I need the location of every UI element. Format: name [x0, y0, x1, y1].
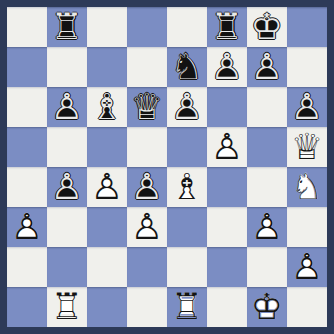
square-c5[interactable] — [87, 127, 127, 167]
piece-black-pawn[interactable]: ♟♙ — [127, 167, 167, 207]
white-king-outline-icon: ♔ — [247, 287, 287, 327]
piece-black-pawn[interactable]: ♟♙ — [47, 87, 87, 127]
square-e1[interactable]: ♜♖ — [167, 287, 207, 327]
square-b5[interactable] — [47, 127, 87, 167]
square-h3[interactable] — [287, 207, 327, 247]
white-rook-outline-icon: ♖ — [47, 287, 87, 327]
piece-white-pawn[interactable]: ♟♙ — [247, 207, 287, 247]
black-rook-outline-icon: ♖ — [207, 7, 247, 47]
square-f6[interactable] — [207, 87, 247, 127]
black-queen-icon: ♛ — [127, 87, 167, 127]
square-c1[interactable] — [87, 287, 127, 327]
white-rook-icon: ♜ — [47, 287, 87, 327]
chess-board-frame: ♜♖♜♖♚♔♞♘♟♙♟♙♟♙♝♗♛♕♟♙♟♙♟♙♛♕♟♙♟♙♟♙♝♗♞♘♟♙♟♙… — [0, 0, 334, 334]
white-queen-outline-icon: ♕ — [287, 127, 327, 167]
piece-black-pawn[interactable]: ♟♙ — [247, 47, 287, 87]
square-c2[interactable] — [87, 247, 127, 287]
piece-black-pawn[interactable]: ♟♙ — [207, 47, 247, 87]
square-g4[interactable] — [247, 167, 287, 207]
square-g5[interactable] — [247, 127, 287, 167]
black-pawn-icon: ♟ — [247, 47, 287, 87]
square-c6[interactable]: ♝♗ — [87, 87, 127, 127]
square-b2[interactable] — [47, 247, 87, 287]
square-g7[interactable]: ♟♙ — [247, 47, 287, 87]
square-b1[interactable]: ♜♖ — [47, 287, 87, 327]
black-pawn-icon: ♟ — [47, 167, 87, 207]
white-pawn-outline-icon: ♙ — [87, 167, 127, 207]
square-h8[interactable] — [287, 7, 327, 47]
square-c7[interactable] — [87, 47, 127, 87]
square-e6[interactable]: ♟♙ — [167, 87, 207, 127]
square-f5[interactable]: ♟♙ — [207, 127, 247, 167]
piece-black-rook[interactable]: ♜♖ — [47, 7, 87, 47]
black-rook-icon: ♜ — [47, 7, 87, 47]
black-pawn-outline-icon: ♙ — [127, 167, 167, 207]
square-d7[interactable] — [127, 47, 167, 87]
white-pawn-outline-icon: ♙ — [7, 207, 47, 247]
square-f4[interactable] — [207, 167, 247, 207]
black-pawn-icon: ♟ — [127, 167, 167, 207]
black-pawn-icon: ♟ — [47, 87, 87, 127]
square-f2[interactable] — [207, 247, 247, 287]
white-pawn-outline-icon: ♙ — [127, 207, 167, 247]
black-king-outline-icon: ♔ — [247, 7, 287, 47]
square-h7[interactable] — [287, 47, 327, 87]
square-a8[interactable] — [7, 7, 47, 47]
black-pawn-outline-icon: ♙ — [207, 47, 247, 87]
piece-white-pawn[interactable]: ♟♙ — [127, 207, 167, 247]
square-a2[interactable] — [7, 247, 47, 287]
piece-white-pawn[interactable]: ♟♙ — [87, 167, 127, 207]
square-c3[interactable] — [87, 207, 127, 247]
square-f8[interactable]: ♜♖ — [207, 7, 247, 47]
square-b3[interactable] — [47, 207, 87, 247]
square-h2[interactable]: ♟♙ — [287, 247, 327, 287]
black-knight-icon: ♞ — [167, 47, 207, 87]
square-e7[interactable]: ♞♘ — [167, 47, 207, 87]
piece-black-bishop[interactable]: ♝♗ — [87, 87, 127, 127]
white-rook-outline-icon: ♖ — [167, 287, 207, 327]
piece-white-rook[interactable]: ♜♖ — [167, 287, 207, 327]
square-f3[interactable] — [207, 207, 247, 247]
square-d8[interactable] — [127, 7, 167, 47]
square-a4[interactable] — [7, 167, 47, 207]
square-c4[interactable]: ♟♙ — [87, 167, 127, 207]
white-pawn-outline-icon: ♙ — [287, 247, 327, 287]
piece-black-king[interactable]: ♚♔ — [247, 7, 287, 47]
white-knight-icon: ♞ — [287, 167, 327, 207]
black-pawn-icon: ♟ — [167, 87, 207, 127]
square-h1[interactable] — [287, 287, 327, 327]
square-g3[interactable]: ♟♙ — [247, 207, 287, 247]
piece-black-pawn[interactable]: ♟♙ — [47, 167, 87, 207]
chess-board: ♜♖♜♖♚♔♞♘♟♙♟♙♟♙♝♗♛♕♟♙♟♙♟♙♛♕♟♙♟♙♟♙♝♗♞♘♟♙♟♙… — [7, 7, 327, 327]
white-king-icon: ♚ — [247, 287, 287, 327]
piece-black-knight[interactable]: ♞♘ — [167, 47, 207, 87]
square-e3[interactable] — [167, 207, 207, 247]
white-pawn-outline-icon: ♙ — [247, 207, 287, 247]
piece-black-pawn[interactable]: ♟♙ — [167, 87, 207, 127]
black-king-icon: ♚ — [247, 7, 287, 47]
white-pawn-outline-icon: ♙ — [207, 127, 247, 167]
black-rook-icon: ♜ — [207, 7, 247, 47]
black-pawn-outline-icon: ♙ — [167, 87, 207, 127]
square-a6[interactable] — [7, 87, 47, 127]
black-queen-outline-icon: ♕ — [127, 87, 167, 127]
piece-white-pawn[interactable]: ♟♙ — [287, 247, 327, 287]
black-pawn-outline-icon: ♙ — [47, 167, 87, 207]
white-pawn-icon: ♟ — [7, 207, 47, 247]
square-d1[interactable] — [127, 287, 167, 327]
square-b6[interactable]: ♟♙ — [47, 87, 87, 127]
square-h6[interactable]: ♟♙ — [287, 87, 327, 127]
white-queen-icon: ♛ — [287, 127, 327, 167]
square-d5[interactable] — [127, 127, 167, 167]
square-f7[interactable]: ♟♙ — [207, 47, 247, 87]
square-d4[interactable]: ♟♙ — [127, 167, 167, 207]
piece-black-rook[interactable]: ♜♖ — [207, 7, 247, 47]
piece-white-bishop[interactable]: ♝♗ — [167, 167, 207, 207]
piece-white-knight[interactable]: ♞♘ — [287, 167, 327, 207]
white-pawn-icon: ♟ — [247, 207, 287, 247]
white-knight-outline-icon: ♘ — [287, 167, 327, 207]
square-a7[interactable] — [7, 47, 47, 87]
square-g2[interactable] — [247, 247, 287, 287]
square-e2[interactable] — [167, 247, 207, 287]
square-b8[interactable]: ♜♖ — [47, 7, 87, 47]
white-pawn-icon: ♟ — [87, 167, 127, 207]
piece-white-king[interactable]: ♚♔ — [247, 287, 287, 327]
square-h4[interactable]: ♞♘ — [287, 167, 327, 207]
square-d2[interactable] — [127, 247, 167, 287]
square-e4[interactable]: ♝♗ — [167, 167, 207, 207]
white-pawn-icon: ♟ — [287, 247, 327, 287]
square-c8[interactable] — [87, 7, 127, 47]
square-h5[interactable]: ♛♕ — [287, 127, 327, 167]
black-pawn-outline-icon: ♙ — [47, 87, 87, 127]
piece-black-queen[interactable]: ♛♕ — [127, 87, 167, 127]
white-bishop-outline-icon: ♗ — [167, 167, 207, 207]
piece-white-queen[interactable]: ♛♕ — [287, 127, 327, 167]
square-d3[interactable]: ♟♙ — [127, 207, 167, 247]
square-d6[interactable]: ♛♕ — [127, 87, 167, 127]
white-bishop-icon: ♝ — [167, 167, 207, 207]
piece-white-pawn[interactable]: ♟♙ — [207, 127, 247, 167]
square-b4[interactable]: ♟♙ — [47, 167, 87, 207]
square-a1[interactable] — [7, 287, 47, 327]
square-b7[interactable] — [47, 47, 87, 87]
square-f1[interactable] — [207, 287, 247, 327]
black-bishop-icon: ♝ — [87, 87, 127, 127]
black-pawn-icon: ♟ — [207, 47, 247, 87]
black-pawn-outline-icon: ♙ — [247, 47, 287, 87]
white-pawn-icon: ♟ — [207, 127, 247, 167]
black-bishop-outline-icon: ♗ — [87, 87, 127, 127]
black-rook-outline-icon: ♖ — [47, 7, 87, 47]
square-a3[interactable]: ♟♙ — [7, 207, 47, 247]
square-g8[interactable]: ♚♔ — [247, 7, 287, 47]
black-pawn-icon: ♟ — [287, 87, 327, 127]
square-e5[interactable] — [167, 127, 207, 167]
square-g1[interactable]: ♚♔ — [247, 287, 287, 327]
black-pawn-outline-icon: ♙ — [287, 87, 327, 127]
square-g6[interactable] — [247, 87, 287, 127]
piece-white-rook[interactable]: ♜♖ — [47, 287, 87, 327]
white-pawn-icon: ♟ — [127, 207, 167, 247]
square-a5[interactable] — [7, 127, 47, 167]
piece-white-pawn[interactable]: ♟♙ — [7, 207, 47, 247]
square-e8[interactable] — [167, 7, 207, 47]
white-rook-icon: ♜ — [167, 287, 207, 327]
black-knight-outline-icon: ♘ — [167, 47, 207, 87]
piece-black-pawn[interactable]: ♟♙ — [287, 87, 327, 127]
